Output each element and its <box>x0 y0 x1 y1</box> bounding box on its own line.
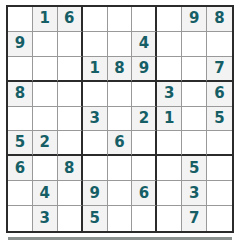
cell-r4c7[interactable]: 3 <box>157 82 182 107</box>
cell-r9c7[interactable] <box>157 206 182 231</box>
cell-r2c6[interactable]: 4 <box>132 32 157 57</box>
cell-r6c7[interactable] <box>157 131 182 156</box>
cell-r9c2[interactable]: 3 <box>33 206 58 231</box>
cell-r3c8[interactable] <box>182 57 207 82</box>
cell-r5c5[interactable] <box>108 107 133 132</box>
cell-r9c5[interactable] <box>108 206 133 231</box>
cell-r1c4[interactable] <box>83 7 108 32</box>
cell-r4c1[interactable]: 8 <box>8 82 33 107</box>
cell-r5c4[interactable]: 3 <box>83 107 108 132</box>
cell-r8c3[interactable] <box>58 181 83 206</box>
cell-r2c4[interactable] <box>83 32 108 57</box>
cell-r5c2[interactable] <box>33 107 58 132</box>
cell-r6c8[interactable] <box>182 131 207 156</box>
cell-r4c9[interactable]: 6 <box>207 82 232 107</box>
cell-r2c5[interactable] <box>108 32 133 57</box>
cell-r3c4[interactable]: 1 <box>83 57 108 82</box>
cell-r2c9[interactable] <box>207 32 232 57</box>
cell-r5c7[interactable]: 1 <box>157 107 182 132</box>
cell-r5c3[interactable] <box>58 107 83 132</box>
cell-r7c7[interactable] <box>157 156 182 181</box>
cell-r4c4[interactable] <box>83 82 108 107</box>
cell-r1c7[interactable] <box>157 7 182 32</box>
cell-r9c3[interactable] <box>58 206 83 231</box>
cell-r7c2[interactable] <box>33 156 58 181</box>
cell-r3c1[interactable] <box>8 57 33 82</box>
cell-r6c5[interactable]: 6 <box>108 131 133 156</box>
cell-r8c1[interactable] <box>8 181 33 206</box>
cell-r9c4[interactable]: 5 <box>83 206 108 231</box>
cell-r3c3[interactable] <box>58 57 83 82</box>
cell-r1c6[interactable] <box>132 7 157 32</box>
cell-r8c4[interactable]: 9 <box>83 181 108 206</box>
cell-r3c5[interactable]: 8 <box>108 57 133 82</box>
cell-r7c4[interactable] <box>83 156 108 181</box>
cell-r7c6[interactable] <box>132 156 157 181</box>
cell-r3c6[interactable]: 9 <box>132 57 157 82</box>
cell-r7c9[interactable] <box>207 156 232 181</box>
cell-r9c9[interactable] <box>207 206 232 231</box>
cell-r6c2[interactable]: 2 <box>33 131 58 156</box>
cell-r5c9[interactable]: 5 <box>207 107 232 132</box>
cell-r3c2[interactable] <box>33 57 58 82</box>
cell-r2c3[interactable] <box>58 32 83 57</box>
cell-r4c5[interactable] <box>108 82 133 107</box>
cell-r6c3[interactable] <box>58 131 83 156</box>
cell-r8c6[interactable]: 6 <box>132 181 157 206</box>
cell-r1c8[interactable]: 9 <box>182 7 207 32</box>
cell-r2c8[interactable] <box>182 32 207 57</box>
cell-r7c5[interactable] <box>108 156 133 181</box>
cell-r8c2[interactable]: 4 <box>33 181 58 206</box>
cell-r9c8[interactable]: 7 <box>182 206 207 231</box>
cell-r2c2[interactable] <box>33 32 58 57</box>
cell-r1c9[interactable]: 8 <box>207 7 232 32</box>
cell-r2c1[interactable]: 9 <box>8 32 33 57</box>
cell-r3c9[interactable]: 7 <box>207 57 232 82</box>
cell-r2c7[interactable] <box>157 32 182 57</box>
cell-r7c3[interactable]: 8 <box>58 156 83 181</box>
cell-r8c9[interactable] <box>207 181 232 206</box>
cell-r1c2[interactable]: 1 <box>33 7 58 32</box>
cell-r4c8[interactable] <box>182 82 207 107</box>
cell-r4c3[interactable] <box>58 82 83 107</box>
cell-r6c9[interactable] <box>207 131 232 156</box>
cell-r8c5[interactable] <box>108 181 133 206</box>
cell-r4c2[interactable] <box>33 82 58 107</box>
cell-r9c6[interactable] <box>132 206 157 231</box>
cell-r4c6[interactable] <box>132 82 157 107</box>
cell-r7c8[interactable]: 5 <box>182 156 207 181</box>
cell-r1c5[interactable] <box>108 7 133 32</box>
cell-r6c4[interactable] <box>83 131 108 156</box>
cell-r5c1[interactable] <box>8 107 33 132</box>
cell-r7c1[interactable]: 6 <box>8 156 33 181</box>
cell-r9c1[interactable] <box>8 206 33 231</box>
cell-r5c6[interactable]: 2 <box>132 107 157 132</box>
cell-r6c6[interactable] <box>132 131 157 156</box>
cell-r1c3[interactable]: 6 <box>58 7 83 32</box>
cell-r8c7[interactable] <box>157 181 182 206</box>
sudoku-board: 169894189783632155266854963357 <box>6 5 234 233</box>
cell-r6c1[interactable]: 5 <box>8 131 33 156</box>
cell-r5c8[interactable] <box>182 107 207 132</box>
cell-r1c1[interactable] <box>8 7 33 32</box>
cell-r3c7[interactable] <box>157 57 182 82</box>
cell-r8c8[interactable]: 3 <box>182 181 207 206</box>
